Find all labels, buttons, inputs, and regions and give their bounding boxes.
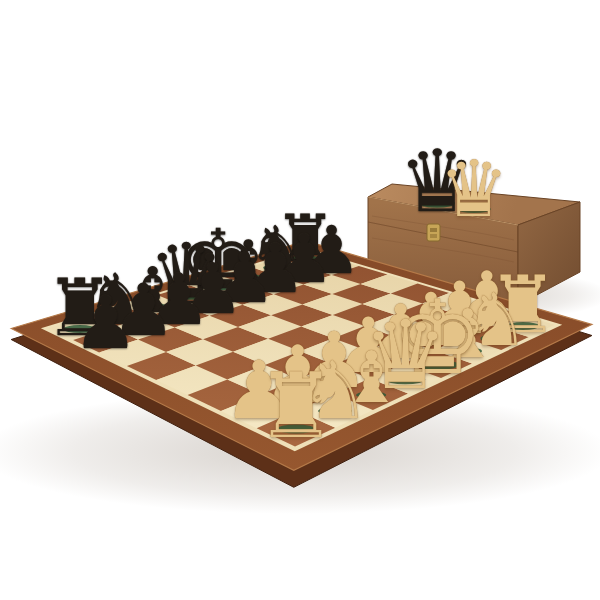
board-and-box-graphics <box>0 0 600 600</box>
box-clasp <box>427 224 440 241</box>
chess-set-product-photo: ♜♞♝♛♚♝♞♜♟♟♟♟♟♟♟♟♟♟♟♟♟♟♟♟♜♞♝♛♚♝♞♜♛♛ <box>0 0 600 600</box>
